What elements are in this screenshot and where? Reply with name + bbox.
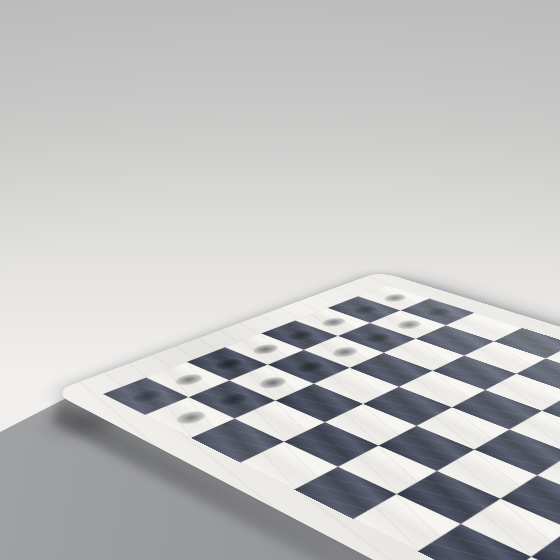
black-pawn-glyph: ♟ <box>171 363 222 420</box>
chess-set-photo: ♜♞♝♚♛♝♞♜♟♟♟♟♟♟♟♟ <box>0 0 560 560</box>
